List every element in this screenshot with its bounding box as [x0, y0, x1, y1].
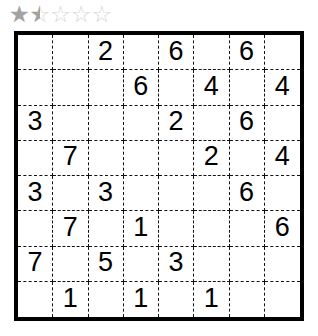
- cell-r1c3[interactable]: 2: [89, 35, 124, 70]
- cell-r6c2[interactable]: 7: [53, 211, 88, 246]
- cell-r4c8[interactable]: 4: [265, 141, 300, 176]
- cell-r1c2[interactable]: [53, 35, 88, 70]
- cell-r8c8[interactable]: [265, 282, 300, 317]
- cell-r6c6[interactable]: [194, 211, 229, 246]
- cell-r2c8[interactable]: 4: [265, 70, 300, 105]
- cell-r4c2[interactable]: 7: [53, 141, 88, 176]
- clue-number: 6: [275, 214, 290, 241]
- clue-number: 4: [204, 73, 219, 100]
- clue-number: 3: [98, 179, 113, 206]
- cell-r5c1[interactable]: 3: [18, 176, 53, 211]
- cell-r2c2[interactable]: [53, 70, 88, 105]
- cell-r2c5[interactable]: [159, 70, 194, 105]
- cell-r7c4[interactable]: [124, 247, 159, 282]
- clue-number: 2: [98, 38, 113, 65]
- difficulty-rating: ☆☆☆☆☆ ★★★★★: [9, 0, 112, 28]
- cell-r5c4[interactable]: [124, 176, 159, 211]
- cell-r8c1[interactable]: [18, 282, 53, 317]
- clue-number: 6: [239, 179, 254, 206]
- clue-number: 1: [204, 285, 219, 312]
- cell-r3c8[interactable]: [265, 106, 300, 141]
- cell-r4c5[interactable]: [159, 141, 194, 176]
- cell-r6c4[interactable]: 1: [124, 211, 159, 246]
- puzzle-board: 266644326724336716753111: [14, 31, 304, 321]
- cell-r8c4[interactable]: 1: [124, 282, 159, 317]
- cell-r8c2[interactable]: 1: [53, 282, 88, 317]
- cell-r1c6[interactable]: [194, 35, 229, 70]
- cell-r4c3[interactable]: [89, 141, 124, 176]
- cell-r3c6[interactable]: [194, 106, 229, 141]
- cell-r6c3[interactable]: [89, 211, 124, 246]
- clue-number: 1: [63, 285, 78, 312]
- cell-r3c5[interactable]: 2: [159, 106, 194, 141]
- clue-number: 3: [169, 249, 184, 276]
- cell-r1c7[interactable]: 6: [230, 35, 265, 70]
- cell-r4c7[interactable]: [230, 141, 265, 176]
- clue-number: 2: [169, 108, 184, 135]
- cell-r2c4[interactable]: 6: [124, 70, 159, 105]
- cell-r5c2[interactable]: [53, 176, 88, 211]
- cell-r7c8[interactable]: [265, 247, 300, 282]
- clue-number: 6: [169, 38, 184, 65]
- cell-r8c7[interactable]: [230, 282, 265, 317]
- clue-number: 3: [28, 179, 43, 206]
- clue-number: 6: [133, 73, 148, 100]
- cell-r4c1[interactable]: [18, 141, 53, 176]
- cell-r3c3[interactable]: [89, 106, 124, 141]
- clue-number: 4: [275, 143, 290, 170]
- star-filled-row: ★★★★★: [9, 0, 40, 28]
- clue-number: 6: [239, 108, 254, 135]
- cell-r8c3[interactable]: [89, 282, 124, 317]
- cell-r6c5[interactable]: [159, 211, 194, 246]
- cell-r6c1[interactable]: [18, 211, 53, 246]
- clue-number: 6: [239, 38, 254, 65]
- cell-r7c6[interactable]: [194, 247, 229, 282]
- cell-r2c1[interactable]: [18, 70, 53, 105]
- clue-number: 3: [28, 108, 43, 135]
- cell-r7c7[interactable]: [230, 247, 265, 282]
- cell-r7c2[interactable]: [53, 247, 88, 282]
- cell-r4c4[interactable]: [124, 141, 159, 176]
- cell-r1c4[interactable]: [124, 35, 159, 70]
- cell-r8c5[interactable]: [159, 282, 194, 317]
- cell-r5c8[interactable]: [265, 176, 300, 211]
- clue-number: 7: [63, 143, 78, 170]
- cell-r2c6[interactable]: 4: [194, 70, 229, 105]
- cell-r5c6[interactable]: [194, 176, 229, 211]
- clue-number: 4: [275, 73, 290, 100]
- cell-r5c5[interactable]: [159, 176, 194, 211]
- clue-number: 5: [98, 249, 113, 276]
- cell-r4c6[interactable]: 2: [194, 141, 229, 176]
- cell-r3c7[interactable]: 6: [230, 106, 265, 141]
- cell-r1c8[interactable]: [265, 35, 300, 70]
- cell-r7c3[interactable]: 5: [89, 247, 124, 282]
- cell-r2c7[interactable]: [230, 70, 265, 105]
- cell-r2c3[interactable]: [89, 70, 124, 105]
- puzzle-screen: ☆☆☆☆☆ ★★★★★ 266644326724336716753111: [0, 0, 318, 336]
- cell-r5c3[interactable]: 3: [89, 176, 124, 211]
- clue-number: 7: [28, 249, 43, 276]
- clue-number: 1: [133, 285, 148, 312]
- cell-r5c7[interactable]: 6: [230, 176, 265, 211]
- clue-number: 1: [133, 214, 148, 241]
- cell-r7c5[interactable]: 3: [159, 247, 194, 282]
- cell-r1c1[interactable]: [18, 35, 53, 70]
- cell-r1c5[interactable]: 6: [159, 35, 194, 70]
- cell-r3c1[interactable]: 3: [18, 106, 53, 141]
- clue-number: 2: [204, 143, 219, 170]
- cell-r8c6[interactable]: 1: [194, 282, 229, 317]
- cell-r6c7[interactable]: [230, 211, 265, 246]
- cell-r3c4[interactable]: [124, 106, 159, 141]
- cell-r7c1[interactable]: 7: [18, 247, 53, 282]
- clue-number: 7: [63, 214, 78, 241]
- cell-r3c2[interactable]: [53, 106, 88, 141]
- cell-r6c8[interactable]: 6: [265, 211, 300, 246]
